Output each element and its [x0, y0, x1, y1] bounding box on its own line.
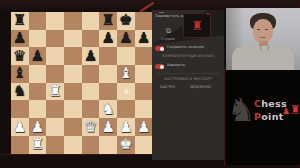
menu-divider: [156, 73, 220, 74]
square-g8[interactable]: ♚: [117, 12, 135, 30]
square-b3[interactable]: [29, 100, 47, 118]
square-c5[interactable]: [46, 65, 64, 83]
square-h8[interactable]: [135, 12, 153, 30]
square-d6[interactable]: [64, 47, 82, 65]
piece-black-pawn[interactable]: ♟: [13, 31, 26, 46]
piece-white-knight[interactable]: ♞: [102, 102, 115, 117]
square-c1[interactable]: [46, 136, 64, 154]
streamer-mouth: [260, 37, 266, 38]
move-hint-dot: [124, 89, 129, 94]
square-f3[interactable]: ♞: [99, 100, 117, 118]
square-a2[interactable]: ♟: [11, 118, 29, 136]
square-e2[interactable]: ♛: [82, 118, 100, 136]
sweater-collar: [260, 46, 269, 51]
card-corner-mark: [207, 13, 209, 15]
square-g1[interactable]: ♚: [117, 136, 135, 154]
streamer-sweater: [232, 46, 294, 70]
square-c8[interactable]: [46, 12, 64, 30]
studio-icon: ⧉: [166, 28, 171, 35]
square-g6[interactable]: [117, 47, 135, 65]
streamer-eye: [265, 29, 268, 30]
menu-grip: [159, 12, 164, 13]
square-d1[interactable]: [64, 136, 82, 154]
square-d8[interactable]: [64, 12, 82, 30]
square-e3[interactable]: [82, 100, 100, 118]
square-c2[interactable]: [46, 118, 64, 136]
square-f4[interactable]: [99, 83, 117, 101]
red-rook-icon: ♜: [191, 19, 203, 32]
square-e5[interactable]: [82, 65, 100, 83]
piece-black-pawn[interactable]: ♟: [137, 31, 150, 46]
square-h5[interactable]: [135, 65, 153, 83]
piece-white-pawn[interactable]: ♟: [13, 120, 26, 135]
piece-white-rook[interactable]: ♜: [49, 84, 62, 99]
piece-black-pawn[interactable]: ♟: [31, 49, 44, 64]
square-c4[interactable]: ♜: [46, 83, 64, 101]
square-f6[interactable]: [99, 47, 117, 65]
square-c3[interactable]: [46, 100, 64, 118]
piece-white-pawn[interactable]: ♟: [31, 120, 44, 135]
red-rook-card[interactable]: ♜: [183, 13, 211, 38]
square-f8[interactable]: ♜: [99, 12, 117, 30]
square-b6[interactable]: ♟: [29, 47, 47, 65]
square-h6[interactable]: [135, 47, 153, 65]
variants-toggle[interactable]: [155, 64, 164, 69]
piece-white-queen[interactable]: ♛: [84, 120, 97, 135]
square-g4[interactable]: [117, 83, 135, 101]
red-pawn-icon: ♟: [282, 106, 290, 116]
square-b5[interactable]: [29, 65, 47, 83]
square-a7[interactable]: ♟: [11, 30, 29, 48]
square-h2[interactable]: ♟: [135, 118, 153, 136]
square-d3[interactable]: [64, 100, 82, 118]
square-h7[interactable]: ♟: [135, 30, 153, 48]
square-b1[interactable]: ♜: [29, 136, 47, 154]
toggle-knob: [160, 65, 164, 69]
red-pieces-icon: ♟♜: [282, 101, 300, 117]
square-b7[interactable]: [29, 30, 47, 48]
square-h4[interactable]: [135, 83, 153, 101]
square-e8[interactable]: [82, 12, 100, 30]
piece-black-knight[interactable]: ♞: [13, 84, 26, 99]
square-g5[interactable]: ♝: [117, 65, 135, 83]
square-d2[interactable]: [64, 118, 82, 136]
option-slow[interactable]: МЕДЛЕННО: [190, 85, 211, 89]
piece-black-rook[interactable]: ♜: [13, 13, 26, 28]
square-b4[interactable]: [29, 83, 47, 101]
square-d4[interactable]: [64, 83, 82, 101]
square-c7[interactable]: [46, 30, 64, 48]
studio-label[interactable]: Студия: [154, 37, 182, 41]
red-rook-logo-icon: ♜: [290, 103, 300, 117]
piece-white-pawn[interactable]: ♟: [137, 120, 150, 135]
square-f5[interactable]: [99, 65, 117, 83]
streamer-face: [253, 19, 273, 43]
settings-panel: Переместить до... ♜ ⧉ Студия Сохранить п…: [152, 10, 224, 160]
square-b8[interactable]: [29, 12, 47, 30]
board-bottom-red-line: [0, 154, 152, 155]
piece-black-pawn[interactable]: ♟: [119, 31, 132, 46]
logo-zone: ♞ Chess Point ♟♜: [226, 70, 300, 165]
piece-white-bishop[interactable]: ♝: [119, 66, 132, 81]
square-e1[interactable]: [82, 136, 100, 154]
square-d7[interactable]: [64, 30, 82, 48]
save-position-toggle[interactable]: [155, 46, 164, 51]
variants-label[interactable]: Варианты: [167, 63, 185, 67]
piece-white-king[interactable]: ♚: [119, 137, 132, 152]
square-a3[interactable]: [11, 100, 29, 118]
square-a5[interactable]: ♝: [11, 65, 29, 83]
save-position-label[interactable]: Сохранить позицию: [167, 45, 204, 49]
square-d5[interactable]: [64, 65, 82, 83]
piece-black-pawn[interactable]: ♟: [84, 49, 97, 64]
streamer-eye: [257, 29, 260, 30]
square-h3[interactable]: [135, 100, 153, 118]
square-a4[interactable]: ♞: [11, 83, 29, 101]
piece-white-rook[interactable]: ♜: [31, 137, 44, 152]
square-f1[interactable]: [99, 136, 117, 154]
square-b2[interactable]: ♟: [29, 118, 47, 136]
piece-white-pawn[interactable]: ♟: [102, 120, 115, 135]
square-a8[interactable]: ♜: [11, 12, 29, 30]
square-c6[interactable]: [46, 47, 64, 65]
piece-black-bishop[interactable]: ♝: [13, 66, 26, 81]
square-g3[interactable]: [117, 100, 135, 118]
chess-board[interactable]: ♜♜♚♟♟♟♟♛♟♟♝♝♞♜♞♟♟♛♟♟♟♜♚: [11, 12, 153, 154]
square-g2[interactable]: ♟: [117, 118, 135, 136]
square-f2[interactable]: ♟: [99, 118, 117, 136]
panel-right-red-line: [224, 68, 225, 166]
piece-white-pawn[interactable]: ♟: [119, 120, 132, 135]
brand-point: Point: [254, 111, 284, 122]
piece-black-king[interactable]: ♚: [119, 13, 132, 28]
square-g7[interactable]: ♟: [117, 30, 135, 48]
square-a6[interactable]: ♛: [11, 47, 29, 65]
square-e4[interactable]: [82, 83, 100, 101]
computer-analysis-caps[interactable]: КОМПЬЮТЕРНЫЙ АНАЛИЗ: [152, 54, 224, 58]
square-a1[interactable]: [11, 136, 29, 154]
square-e6[interactable]: ♟: [82, 47, 100, 65]
toggle-knob: [160, 47, 164, 51]
option-fast[interactable]: БЫСТРО: [160, 85, 175, 89]
section-header: НАСТРОЙКИ И ЭКСПОРТ: [152, 77, 224, 81]
piece-black-pawn[interactable]: ♟: [102, 31, 115, 46]
webcam-video: [226, 8, 300, 70]
knight-silhouette-icon: ♞: [227, 94, 256, 126]
piece-black-rook[interactable]: ♜: [102, 13, 115, 28]
square-f7[interactable]: ♟: [99, 30, 117, 48]
square-e7[interactable]: [82, 30, 100, 48]
piece-black-queen[interactable]: ♛: [13, 49, 26, 64]
brand-point-rest: oint: [261, 111, 283, 122]
square-h1[interactable]: [135, 136, 153, 154]
